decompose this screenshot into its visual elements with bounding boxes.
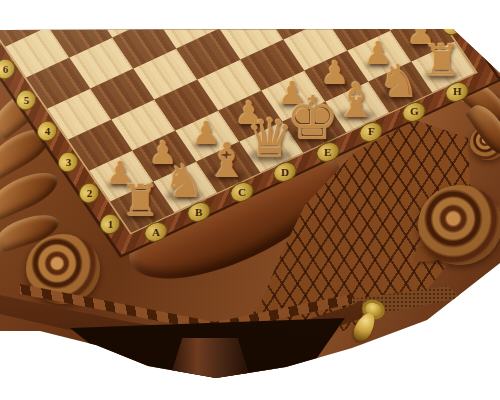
square-h3[interactable] (369, 0, 433, 30)
white-knight-b1[interactable]: ♞ (163, 158, 204, 204)
square-a8[interactable] (0, 0, 27, 15)
square-g4[interactable] (305, 0, 369, 19)
product-photo-chess-table: ABCDEFGH1234562 ♟♟♜♟♞♟♝♟♚♟♛♟♝♟♞♜ (0, 0, 500, 400)
white-knight-g1[interactable]: ♞ (378, 58, 419, 104)
white-bishop-f1[interactable]: ♝ (334, 76, 377, 124)
white-queen-d1[interactable]: ♛ (246, 112, 294, 166)
carved-volute-right (418, 185, 500, 265)
square-c7[interactable] (70, 0, 134, 6)
table-photo-area: ABCDEFGH1234562 ♟♟♜♟♞♟♝♟♚♟♛♟♝♟♞♜ (0, 0, 500, 400)
square-b7[interactable] (27, 0, 91, 26)
square-e5[interactable] (198, 0, 262, 28)
white-bishop-c1[interactable]: ♝ (205, 136, 248, 184)
square-f5[interactable] (241, 0, 305, 8)
pedestal-leg (168, 338, 252, 384)
white-rook-h1[interactable]: ♜ (422, 39, 461, 83)
white-rook-a1[interactable]: ♜ (121, 179, 160, 223)
square-d6[interactable] (134, 0, 198, 17)
